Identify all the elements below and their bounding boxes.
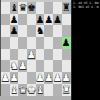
square-a2[interactable]: ♟ xyxy=(1,72,10,84)
square-e4[interactable] xyxy=(36,49,45,61)
square-a6[interactable] xyxy=(1,25,10,37)
square-g5[interactable] xyxy=(53,37,62,49)
square-f4[interactable] xyxy=(44,49,53,61)
square-d1[interactable]: ♚ xyxy=(27,84,36,96)
board-bottom-strip xyxy=(0,96,71,100)
square-b2[interactable]: ♟ xyxy=(10,72,19,84)
black-bishop-b8[interactable]: ♝ xyxy=(10,2,19,14)
white-pawn-g2[interactable]: ♟ xyxy=(53,72,62,84)
square-g4[interactable] xyxy=(53,49,62,61)
square-g1[interactable] xyxy=(53,84,62,96)
square-h2[interactable]: ♟ xyxy=(62,72,71,84)
black-pawn-b7[interactable]: ♟ xyxy=(10,14,19,26)
square-b6[interactable]: ♟ xyxy=(10,25,19,37)
app-window: ♝♛♚♜♟♟♟♟♟♞♟♟♞♟♟♟♟♟♟♟♝♛♚♝♜ 1. d4 d5 2. Nd… xyxy=(0,0,100,100)
white-pawn-c3[interactable]: ♟ xyxy=(18,60,27,72)
white-pawn-a2[interactable]: ♟ xyxy=(1,72,10,84)
square-e3[interactable] xyxy=(36,60,45,72)
white-pawn-h2[interactable]: ♟ xyxy=(62,72,71,84)
square-f6[interactable] xyxy=(44,25,53,37)
black-pawn-b6[interactable]: ♟ xyxy=(10,25,19,37)
square-c6[interactable] xyxy=(18,25,27,37)
square-f5[interactable] xyxy=(44,37,53,49)
square-c4[interactable] xyxy=(18,49,27,61)
square-f2[interactable]: ♟ xyxy=(44,72,53,84)
square-a1[interactable] xyxy=(1,84,10,96)
square-c1[interactable]: ♛ xyxy=(18,84,27,96)
white-rook-h1[interactable]: ♜ xyxy=(62,84,71,96)
square-f8[interactable] xyxy=(44,2,53,14)
square-a4[interactable] xyxy=(1,49,10,61)
square-g7[interactable]: ♟ xyxy=(53,14,62,26)
square-h4[interactable] xyxy=(62,49,71,61)
square-b7[interactable]: ♟ xyxy=(10,14,19,26)
square-d5[interactable] xyxy=(27,37,36,49)
square-a3[interactable] xyxy=(1,60,10,72)
square-d6[interactable] xyxy=(27,25,36,37)
square-d3[interactable] xyxy=(27,60,36,72)
square-f3[interactable] xyxy=(44,60,53,72)
white-pawn-d4[interactable]: ♟ xyxy=(27,49,36,61)
white-pawn-f2[interactable]: ♟ xyxy=(44,72,53,84)
black-queen-c8[interactable]: ♛ xyxy=(18,2,27,14)
black-pawn-e7[interactable]: ♟ xyxy=(36,14,45,26)
square-e7[interactable]: ♟ xyxy=(36,14,45,26)
square-c5[interactable] xyxy=(18,37,27,49)
square-d4[interactable]: ♟ xyxy=(27,49,36,61)
square-d8[interactable]: ♚ xyxy=(27,2,36,14)
black-pawn-h5[interactable]: ♟ xyxy=(62,37,71,49)
square-e1[interactable]: ♝ xyxy=(36,84,45,96)
square-h6[interactable] xyxy=(62,25,71,37)
white-queen-c1[interactable]: ♛ xyxy=(18,84,27,96)
square-c3[interactable]: ♟ xyxy=(18,60,27,72)
square-f7[interactable]: ♟ xyxy=(44,14,53,26)
chess-board: ♝♛♚♜♟♟♟♟♟♞♟♟♞♟♟♟♟♟♟♟♝♛♚♝♜ xyxy=(1,2,71,96)
black-king-d8[interactable]: ♚ xyxy=(27,2,36,14)
white-pawn-b2[interactable]: ♟ xyxy=(10,72,19,84)
square-b8[interactable]: ♝ xyxy=(10,2,19,14)
square-c2[interactable] xyxy=(18,72,27,84)
move-list-panel[interactable]: 1. d4 d5 2. Nd2 Nc6 3. Nb3 e5 4. dxe5 xyxy=(71,0,100,100)
square-c7[interactable] xyxy=(18,14,27,26)
square-d2[interactable] xyxy=(27,72,36,84)
black-pawn-g7[interactable]: ♟ xyxy=(53,14,62,26)
square-h1[interactable]: ♜ xyxy=(62,84,71,96)
square-g3[interactable] xyxy=(53,60,62,72)
black-knight-e6[interactable]: ♞ xyxy=(36,25,45,37)
white-bishop-e1[interactable]: ♝ xyxy=(36,84,45,96)
square-b5[interactable] xyxy=(10,37,19,49)
square-g8[interactable] xyxy=(53,2,62,14)
square-c8[interactable]: ♛ xyxy=(18,2,27,14)
move-list-line: 3. Nb3 e5 4. dxe5 xyxy=(73,5,99,9)
square-b4[interactable] xyxy=(10,49,19,61)
square-g6[interactable] xyxy=(53,25,62,37)
square-a8[interactable] xyxy=(1,2,10,14)
square-g2[interactable]: ♟ xyxy=(53,72,62,84)
black-rook-h8[interactable]: ♜ xyxy=(62,2,71,14)
square-a5[interactable] xyxy=(1,37,10,49)
square-e5[interactable] xyxy=(36,37,45,49)
square-e8[interactable] xyxy=(36,2,45,14)
square-f1[interactable] xyxy=(44,84,53,96)
square-a7[interactable] xyxy=(1,14,10,26)
square-e6[interactable]: ♞ xyxy=(36,25,45,37)
square-h7[interactable] xyxy=(62,14,71,26)
square-h8[interactable]: ♜ xyxy=(62,2,71,14)
square-d7[interactable] xyxy=(27,14,36,26)
square-h3[interactable] xyxy=(62,60,71,72)
square-h5[interactable]: ♟ xyxy=(62,37,71,49)
white-king-d1[interactable]: ♚ xyxy=(27,84,36,96)
black-pawn-f7[interactable]: ♟ xyxy=(44,14,53,26)
